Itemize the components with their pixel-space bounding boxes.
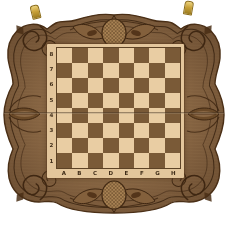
square-f3: [134, 123, 149, 138]
square-g1: [149, 153, 164, 168]
square-a2: [57, 138, 72, 153]
square-h1: [165, 153, 180, 168]
file-label-h: H: [165, 169, 181, 178]
square-f4: [134, 108, 149, 123]
board-border-right: [181, 47, 184, 169]
rank-labels: 87654321: [47, 47, 56, 169]
square-d8: [103, 48, 118, 63]
squares-grid: [56, 47, 181, 169]
square-f6: [134, 78, 149, 93]
file-label-g: G: [150, 169, 166, 178]
rank-label-5: 5: [47, 93, 56, 108]
square-c3: [88, 123, 103, 138]
chess-board: 87654321 ABCDEFGH: [47, 44, 184, 178]
square-a5: [57, 93, 72, 108]
file-label-e: E: [119, 169, 135, 178]
square-e3: [119, 123, 134, 138]
square-f7: [134, 63, 149, 78]
square-h7: [165, 63, 180, 78]
square-d6: [103, 78, 118, 93]
rank-label-8: 8: [47, 47, 56, 62]
square-c4: [88, 108, 103, 123]
square-f5: [134, 93, 149, 108]
square-b6: [72, 78, 87, 93]
square-e5: [119, 93, 134, 108]
file-label-b: B: [72, 169, 88, 178]
square-h4: [165, 108, 180, 123]
square-a1: [57, 153, 72, 168]
square-b8: [72, 48, 87, 63]
square-b2: [72, 138, 87, 153]
square-a6: [57, 78, 72, 93]
square-d1: [103, 153, 118, 168]
square-g7: [149, 63, 164, 78]
square-h2: [165, 138, 180, 153]
fold-seam: [4, 112, 224, 114]
square-b1: [72, 153, 87, 168]
square-g5: [149, 93, 164, 108]
square-e1: [119, 153, 134, 168]
square-b4: [72, 108, 87, 123]
square-e4: [119, 108, 134, 123]
square-a8: [57, 48, 72, 63]
square-d7: [103, 63, 118, 78]
square-g4: [149, 108, 164, 123]
square-c7: [88, 63, 103, 78]
square-e2: [119, 138, 134, 153]
square-e6: [119, 78, 134, 93]
square-d5: [103, 93, 118, 108]
rank-label-4: 4: [47, 108, 56, 123]
square-a7: [57, 63, 72, 78]
square-g8: [149, 48, 164, 63]
rank-label-6: 6: [47, 78, 56, 93]
square-c5: [88, 93, 103, 108]
square-h3: [165, 123, 180, 138]
chessboard-photo: 87654321 ABCDEFGH: [0, 0, 228, 228]
rank-label-2: 2: [47, 139, 56, 154]
rank-label-1: 1: [47, 154, 56, 169]
square-d4: [103, 108, 118, 123]
file-label-d: D: [103, 169, 119, 178]
square-c6: [88, 78, 103, 93]
square-d3: [103, 123, 118, 138]
rank-label-3: 3: [47, 123, 56, 138]
square-g3: [149, 123, 164, 138]
square-h8: [165, 48, 180, 63]
square-e8: [119, 48, 134, 63]
file-label-a: A: [56, 169, 72, 178]
square-b3: [72, 123, 87, 138]
square-a3: [57, 123, 72, 138]
square-c1: [88, 153, 103, 168]
square-f1: [134, 153, 149, 168]
square-c8: [88, 48, 103, 63]
square-f8: [134, 48, 149, 63]
square-b5: [72, 93, 87, 108]
rank-label-7: 7: [47, 62, 56, 77]
square-h5: [165, 93, 180, 108]
square-d2: [103, 138, 118, 153]
square-a4: [57, 108, 72, 123]
square-c2: [88, 138, 103, 153]
square-h6: [165, 78, 180, 93]
file-label-f: F: [134, 169, 150, 178]
square-g2: [149, 138, 164, 153]
square-f2: [134, 138, 149, 153]
file-label-c: C: [87, 169, 103, 178]
square-e7: [119, 63, 134, 78]
file-labels: ABCDEFGH: [56, 169, 181, 178]
square-b7: [72, 63, 87, 78]
square-g6: [149, 78, 164, 93]
